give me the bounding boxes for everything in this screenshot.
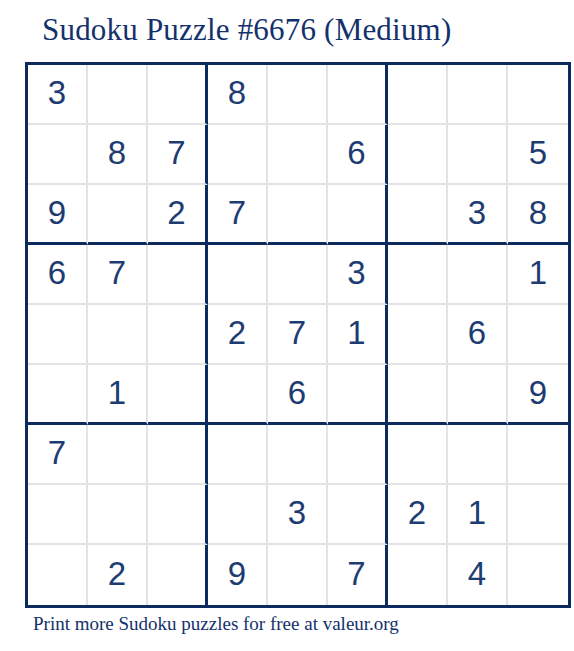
cell-r7c2[interactable] bbox=[88, 425, 148, 485]
cell-r2c2: 8 bbox=[88, 125, 148, 185]
cell-r7c1: 7 bbox=[28, 425, 88, 485]
cell-r6c1[interactable] bbox=[28, 365, 88, 425]
cell-r1c4: 8 bbox=[208, 65, 268, 125]
cell-r8c2[interactable] bbox=[88, 485, 148, 545]
page-title: Sudoku Puzzle #6676 (Medium) bbox=[42, 12, 451, 48]
cell-r3c4: 7 bbox=[208, 185, 268, 245]
cell-r9c8: 4 bbox=[448, 545, 508, 605]
cell-r5c2[interactable] bbox=[88, 305, 148, 365]
cell-r6c6[interactable] bbox=[328, 365, 388, 425]
cell-r1c5[interactable] bbox=[268, 65, 328, 125]
cell-r1c8[interactable] bbox=[448, 65, 508, 125]
cell-r3c3: 2 bbox=[148, 185, 208, 245]
cell-r6c9: 9 bbox=[508, 365, 568, 425]
cell-r7c9[interactable] bbox=[508, 425, 568, 485]
cell-r3c2[interactable] bbox=[88, 185, 148, 245]
cell-r1c1: 3 bbox=[28, 65, 88, 125]
cell-r5c5: 7 bbox=[268, 305, 328, 365]
cell-r4c4[interactable] bbox=[208, 245, 268, 305]
cell-r4c5[interactable] bbox=[268, 245, 328, 305]
cell-r2c8[interactable] bbox=[448, 125, 508, 185]
cell-r4c7[interactable] bbox=[388, 245, 448, 305]
sudoku-board: 388765927386731271616973212974 bbox=[25, 62, 571, 608]
cell-r5c9[interactable] bbox=[508, 305, 568, 365]
cell-r3c7[interactable] bbox=[388, 185, 448, 245]
cell-r6c5: 6 bbox=[268, 365, 328, 425]
cell-r6c4[interactable] bbox=[208, 365, 268, 425]
cell-r8c5: 3 bbox=[268, 485, 328, 545]
cell-r8c7: 2 bbox=[388, 485, 448, 545]
cell-r3c6[interactable] bbox=[328, 185, 388, 245]
cell-r6c7[interactable] bbox=[388, 365, 448, 425]
cell-r5c6: 1 bbox=[328, 305, 388, 365]
cell-r1c6[interactable] bbox=[328, 65, 388, 125]
cell-r8c9[interactable] bbox=[508, 485, 568, 545]
cell-r3c1: 9 bbox=[28, 185, 88, 245]
cell-r6c3[interactable] bbox=[148, 365, 208, 425]
cell-r9c2: 2 bbox=[88, 545, 148, 605]
cell-r9c7[interactable] bbox=[388, 545, 448, 605]
cell-r4c6: 3 bbox=[328, 245, 388, 305]
cell-r5c4: 2 bbox=[208, 305, 268, 365]
cell-r2c1[interactable] bbox=[28, 125, 88, 185]
cell-r7c3[interactable] bbox=[148, 425, 208, 485]
cell-r9c5[interactable] bbox=[268, 545, 328, 605]
cell-r8c8: 1 bbox=[448, 485, 508, 545]
cell-r2c6: 6 bbox=[328, 125, 388, 185]
cell-r9c6: 7 bbox=[328, 545, 388, 605]
cell-r8c1[interactable] bbox=[28, 485, 88, 545]
cell-r2c9: 5 bbox=[508, 125, 568, 185]
cell-r1c7[interactable] bbox=[388, 65, 448, 125]
cell-r4c3[interactable] bbox=[148, 245, 208, 305]
cell-r1c3[interactable] bbox=[148, 65, 208, 125]
cell-r9c4: 9 bbox=[208, 545, 268, 605]
cell-r5c3[interactable] bbox=[148, 305, 208, 365]
cell-r5c8: 6 bbox=[448, 305, 508, 365]
cell-r7c8[interactable] bbox=[448, 425, 508, 485]
cell-r8c4[interactable] bbox=[208, 485, 268, 545]
cell-r4c9: 1 bbox=[508, 245, 568, 305]
cell-r1c2[interactable] bbox=[88, 65, 148, 125]
cell-r6c2: 1 bbox=[88, 365, 148, 425]
cell-r3c5[interactable] bbox=[268, 185, 328, 245]
cell-r2c7[interactable] bbox=[388, 125, 448, 185]
cell-r7c6[interactable] bbox=[328, 425, 388, 485]
cell-r9c9[interactable] bbox=[508, 545, 568, 605]
cell-r4c1: 6 bbox=[28, 245, 88, 305]
cell-r4c8[interactable] bbox=[448, 245, 508, 305]
cell-r1c9[interactable] bbox=[508, 65, 568, 125]
cell-r4c2: 7 bbox=[88, 245, 148, 305]
cell-r3c8: 3 bbox=[448, 185, 508, 245]
cell-r7c7[interactable] bbox=[388, 425, 448, 485]
cell-r8c6[interactable] bbox=[328, 485, 388, 545]
cell-r9c1[interactable] bbox=[28, 545, 88, 605]
cell-r9c3[interactable] bbox=[148, 545, 208, 605]
cell-r2c5[interactable] bbox=[268, 125, 328, 185]
cell-r5c1[interactable] bbox=[28, 305, 88, 365]
cell-r2c4[interactable] bbox=[208, 125, 268, 185]
cell-r7c5[interactable] bbox=[268, 425, 328, 485]
cell-r8c3[interactable] bbox=[148, 485, 208, 545]
cell-r3c9: 8 bbox=[508, 185, 568, 245]
cell-r5c7[interactable] bbox=[388, 305, 448, 365]
cell-r6c8[interactable] bbox=[448, 365, 508, 425]
cell-r7c4[interactable] bbox=[208, 425, 268, 485]
footer-text: Print more Sudoku puzzles for free at va… bbox=[33, 613, 399, 635]
cell-r2c3: 7 bbox=[148, 125, 208, 185]
